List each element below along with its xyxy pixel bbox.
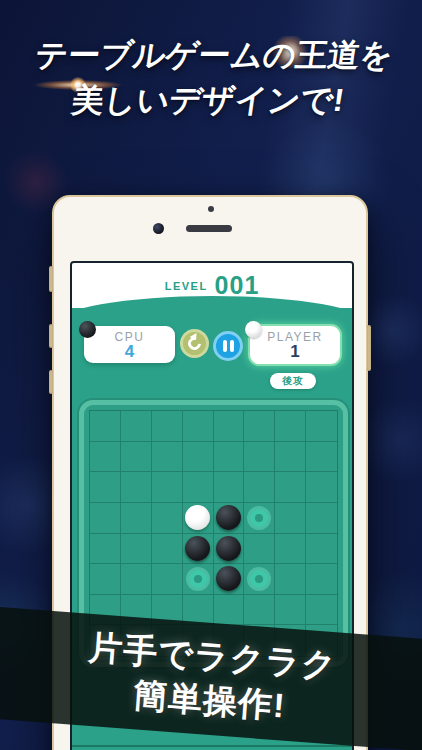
board-cell[interactable] [121, 442, 152, 473]
board-cell[interactable] [306, 534, 337, 565]
board-cell[interactable] [306, 564, 337, 595]
board-cell[interactable] [90, 442, 121, 473]
pause-icon [230, 340, 234, 352]
board-cell[interactable] [275, 411, 306, 442]
cpu-score-card: CPU 4 [84, 326, 175, 363]
legal-move-hint[interactable] [250, 570, 268, 588]
board-cell[interactable] [214, 411, 245, 442]
restart-icon [185, 334, 203, 352]
volume-up-button [49, 324, 53, 348]
board-cell[interactable] [244, 411, 275, 442]
board-cell[interactable] [306, 503, 337, 534]
headline-line-2: 美しいデザインで! [0, 78, 422, 123]
legal-move-hint[interactable] [189, 570, 207, 588]
board-cell[interactable] [306, 442, 337, 473]
board-cell[interactable] [152, 503, 183, 534]
board-cell[interactable] [214, 472, 245, 503]
player-score: 1 [250, 344, 340, 360]
board-cell[interactable] [90, 472, 121, 503]
screen-bottom-divider [72, 745, 352, 747]
legal-move-hint[interactable] [250, 509, 268, 527]
board-cell[interactable] [244, 534, 275, 565]
board-cell[interactable] [183, 472, 214, 503]
pause-button[interactable] [213, 331, 243, 361]
board-cell[interactable] [121, 472, 152, 503]
board-cell[interactable] [244, 564, 275, 595]
board-cell[interactable] [90, 503, 121, 534]
level-label: LEVEL [165, 280, 208, 292]
board-cell[interactable] [214, 564, 245, 595]
board-cell[interactable] [90, 411, 121, 442]
board-cell[interactable] [183, 442, 214, 473]
level-indicator: LEVEL001 [72, 271, 352, 300]
board-cell[interactable] [121, 534, 152, 565]
board-cell[interactable] [275, 534, 306, 565]
mute-switch [49, 266, 53, 292]
power-button [367, 325, 371, 371]
board-cell[interactable] [183, 564, 214, 595]
board-cell[interactable] [306, 411, 337, 442]
board-cell[interactable] [152, 564, 183, 595]
board-cell[interactable] [275, 503, 306, 534]
front-camera [153, 223, 164, 234]
board-cell[interactable] [90, 534, 121, 565]
board-cell[interactable] [183, 503, 214, 534]
board-cell[interactable] [121, 564, 152, 595]
player-white-disc-icon [245, 321, 262, 338]
board-cell[interactable] [152, 411, 183, 442]
player-score-card: PLAYER 1 [248, 324, 342, 366]
cpu-score: 4 [84, 344, 175, 360]
header-arc [70, 296, 354, 324]
board-cell[interactable] [183, 411, 214, 442]
board-cell[interactable] [244, 472, 275, 503]
pause-icon [223, 340, 227, 352]
board-cell[interactable] [244, 595, 275, 626]
app-store-screenshot: テーブルゲームの王道を 美しいデザインで! LEVEL001 CPU 4 [0, 0, 422, 750]
earpiece-speaker [186, 225, 232, 232]
board-cell[interactable] [183, 534, 214, 565]
board-cell[interactable] [214, 503, 245, 534]
board-cell[interactable] [214, 534, 245, 565]
board-cell[interactable] [121, 503, 152, 534]
volume-down-button [49, 370, 53, 394]
board-cell[interactable] [244, 442, 275, 473]
board-cell[interactable] [275, 472, 306, 503]
black-disc [216, 536, 241, 561]
headline: テーブルゲームの王道を 美しいデザインで! [0, 33, 422, 124]
white-disc [185, 505, 210, 530]
board-cell[interactable] [152, 472, 183, 503]
turn-badge: 後攻 [270, 373, 316, 389]
cpu-black-disc-icon [79, 321, 96, 338]
board-cell[interactable] [275, 564, 306, 595]
board-cell[interactable] [121, 411, 152, 442]
board-cell[interactable] [275, 595, 306, 626]
board-cell[interactable] [214, 595, 245, 626]
board-cell[interactable] [214, 442, 245, 473]
board-cell[interactable] [306, 472, 337, 503]
black-disc [216, 505, 241, 530]
headline-line-1: テーブルゲームの王道を [0, 33, 422, 78]
board-cell[interactable] [275, 442, 306, 473]
level-value: 001 [215, 271, 260, 299]
board-cell[interactable] [306, 595, 337, 626]
restart-button[interactable] [180, 329, 209, 358]
black-disc [216, 566, 241, 591]
black-disc [185, 536, 210, 561]
proximity-sensor-dot [208, 206, 214, 212]
board-cell[interactable] [152, 442, 183, 473]
board-cell[interactable] [90, 564, 121, 595]
board-cell[interactable] [244, 503, 275, 534]
board-cell[interactable] [152, 534, 183, 565]
